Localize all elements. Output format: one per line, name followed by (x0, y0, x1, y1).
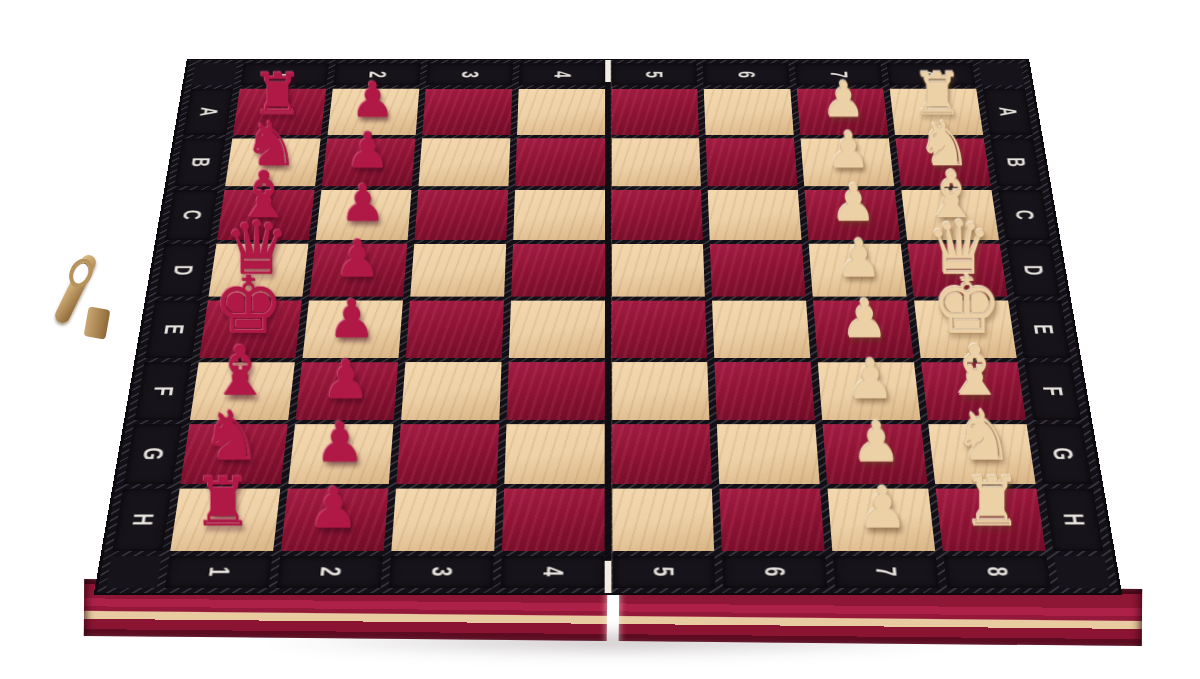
square-d3[interactable] (410, 244, 506, 297)
square-h8[interactable]: ♜ (936, 488, 1046, 551)
frame-corner-bottom-right (1054, 556, 1110, 588)
square-f5[interactable] (612, 363, 710, 420)
square-a3[interactable] (422, 89, 512, 135)
file-label-left-H-text: H (126, 513, 159, 525)
file-label-left-B: B (174, 138, 225, 186)
natural-knight[interactable]: ♞ (953, 402, 1014, 470)
frame-corner-top-left (192, 63, 238, 85)
square-f6[interactable] (715, 363, 815, 420)
rank-label-top-7-text: 7 (825, 71, 852, 78)
file-label-right-H-text: H (1057, 513, 1090, 525)
square-g5[interactable] (612, 424, 712, 484)
fold-seam (605, 60, 612, 593)
file-label-right-F: F (1025, 363, 1082, 420)
rank-label-top-4: 4 (518, 63, 604, 85)
square-d6[interactable] (710, 244, 806, 297)
red-pawn[interactable]: ♟ (321, 352, 370, 406)
clasp-base (84, 306, 111, 339)
rank-label-bottom-1-text: 1 (202, 567, 235, 577)
rank-label-bottom-4: 4 (500, 556, 604, 588)
square-f3[interactable] (401, 363, 501, 420)
file-label-right-E-text: E (1027, 324, 1058, 334)
file-label-right-D-text: D (1018, 265, 1048, 275)
square-b5[interactable] (611, 138, 701, 186)
natural-pawn[interactable]: ♟ (822, 75, 866, 124)
file-label-right-G-text: G (1047, 447, 1080, 459)
square-h7[interactable]: ♟ (828, 488, 936, 551)
rank-label-bottom-6-text: 6 (759, 567, 792, 577)
square-h3[interactable] (391, 488, 496, 551)
red-rook[interactable]: ♜ (193, 469, 254, 537)
file-label-left-G-text: G (137, 447, 170, 459)
file-label-left-F: F (135, 363, 192, 420)
file-label-left-H: H (112, 488, 172, 551)
rank-label-bottom-8-text: 8 (981, 567, 1014, 577)
red-pawn[interactable]: ♟ (334, 233, 380, 285)
file-label-left-D: D (156, 244, 210, 297)
rank-label-top-2-text: 2 (364, 71, 391, 78)
brass-clasp-icon (46, 248, 116, 343)
square-d4[interactable] (511, 244, 605, 297)
red-pawn[interactable]: ♟ (345, 126, 389, 176)
file-label-right-D: D (1006, 244, 1060, 297)
rank-label-top-5-text: 5 (641, 71, 668, 78)
natural-pawn[interactable]: ♟ (857, 480, 908, 537)
natural-pawn[interactable]: ♟ (831, 178, 876, 229)
file-label-right-C-text: C (1009, 210, 1039, 220)
frame-corner-bottom-left (106, 556, 162, 588)
rank-label-bottom-2-text: 2 (314, 567, 347, 577)
file-label-left-A: A (183, 89, 233, 135)
box-side-right-half (619, 584, 1143, 646)
file-label-right-C: C (998, 190, 1051, 240)
red-pawn[interactable]: ♟ (328, 293, 375, 346)
square-g3[interactable] (396, 424, 499, 484)
square-b3[interactable] (418, 138, 510, 186)
natural-pawn[interactable]: ♟ (846, 352, 895, 406)
rank-label-top-3: 3 (426, 63, 513, 85)
square-e6[interactable] (712, 301, 810, 358)
rank-label-bottom-6: 6 (722, 556, 827, 588)
file-label-left-F-text: F (148, 386, 180, 395)
square-a4[interactable] (517, 89, 605, 135)
square-h1[interactable]: ♜ (170, 488, 280, 551)
frame-corner-top-right (979, 63, 1025, 85)
square-d5[interactable] (611, 244, 705, 297)
file-label-left-E-text: E (158, 324, 189, 334)
file-label-right-A-text: A (993, 107, 1021, 116)
rank-label-bottom-5: 5 (612, 556, 716, 588)
red-pawn[interactable]: ♟ (340, 178, 385, 229)
square-e3[interactable] (405, 301, 503, 358)
square-g4[interactable] (504, 424, 604, 484)
rank-label-top-1-text: 1 (271, 71, 298, 78)
natural-pawn[interactable]: ♟ (826, 126, 870, 176)
natural-rook[interactable]: ♜ (962, 469, 1023, 537)
rank-label-top-5: 5 (611, 63, 697, 85)
square-a5[interactable] (611, 89, 699, 135)
rank-label-bottom-7-text: 7 (870, 567, 903, 577)
square-b6[interactable] (706, 138, 798, 186)
red-pawn[interactable]: ♟ (351, 75, 395, 124)
square-c6[interactable] (708, 190, 802, 240)
rank-label-top-6: 6 (703, 63, 790, 85)
square-h2[interactable]: ♟ (281, 488, 389, 551)
file-label-left-B-text: B (186, 158, 215, 167)
file-label-left-D-text: D (168, 265, 198, 275)
square-b4[interactable] (515, 138, 605, 186)
square-f4[interactable] (506, 363, 604, 420)
square-c4[interactable] (513, 190, 605, 240)
rank-label-bottom-3: 3 (388, 556, 493, 588)
rank-label-bottom-4-text: 4 (536, 567, 568, 577)
file-label-right-B: B (990, 138, 1041, 186)
file-label-right-B-text: B (1001, 158, 1030, 167)
rank-label-bottom-2: 2 (277, 556, 384, 588)
file-label-right-H: H (1044, 488, 1104, 551)
file-label-right-G: G (1034, 424, 1092, 484)
rank-label-bottom-8: 8 (944, 556, 1052, 588)
rank-label-bottom-1: 1 (165, 556, 273, 588)
file-label-left-C-text: C (177, 210, 207, 220)
rank-label-bottom-3-text: 3 (425, 567, 458, 577)
rank-label-top-4-text: 4 (548, 71, 575, 78)
square-e5[interactable] (612, 301, 708, 358)
file-label-left-C: C (165, 190, 218, 240)
rank-label-top-3-text: 3 (456, 71, 483, 78)
red-pawn[interactable]: ♟ (308, 480, 359, 537)
square-h5[interactable] (612, 488, 715, 551)
rank-label-bottom-5-text: 5 (648, 567, 680, 577)
square-c3[interactable] (414, 190, 508, 240)
file-label-right-F-text: F (1037, 386, 1069, 395)
natural-pawn[interactable]: ♟ (836, 233, 882, 285)
chess-board: 12345678A♜♟♟♜AB♞♟♟♞BC♝♟♟♝CD♛♟♟♛DE♚♟♟♚EF♝… (97, 60, 1118, 593)
file-label-left-A-text: A (194, 107, 222, 116)
square-g6[interactable] (717, 424, 820, 484)
rank-label-top-8-text: 8 (917, 71, 944, 78)
file-label-right-A: A (983, 89, 1033, 135)
square-a6[interactable] (704, 89, 794, 135)
red-knight[interactable]: ♞ (202, 402, 263, 470)
file-label-left-G: G (124, 424, 182, 484)
rank-label-top-6-text: 6 (733, 71, 760, 78)
square-h6[interactable] (720, 488, 825, 551)
file-label-right-E: E (1015, 301, 1071, 358)
square-c5[interactable] (611, 190, 703, 240)
square-h4[interactable] (501, 488, 604, 551)
rank-label-bottom-7: 7 (833, 556, 940, 588)
square-e4[interactable] (508, 301, 604, 358)
natural-pawn[interactable]: ♟ (852, 415, 902, 470)
red-pawn[interactable]: ♟ (315, 415, 365, 470)
product-photo: 12345678A♜♟♟♜AB♞♟♟♞BC♝♟♟♝CD♛♟♟♛DE♚♟♟♚EF♝… (0, 0, 1200, 679)
file-label-left-E: E (145, 301, 201, 358)
natural-pawn[interactable]: ♟ (841, 293, 888, 346)
